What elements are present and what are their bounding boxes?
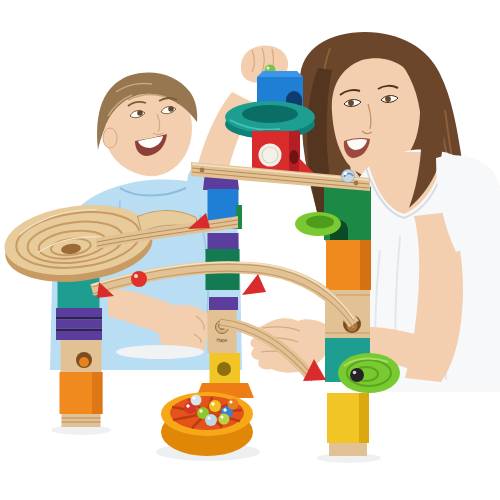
right-orange-block-side	[360, 240, 371, 290]
rail-peg-2	[354, 181, 359, 186]
black-marble	[350, 368, 364, 382]
green-marble-highlight	[266, 66, 269, 69]
red-marble-on-rail	[131, 271, 147, 287]
red-block-side-hole	[290, 150, 299, 164]
boy-ear	[103, 128, 117, 148]
boy-right-iris	[168, 106, 174, 112]
catch-bowl	[161, 392, 253, 456]
left-base	[62, 414, 101, 427]
hape-logo-text: Hape	[217, 338, 228, 343]
red-marble-highlight	[134, 274, 138, 278]
woman-right-iris	[385, 96, 391, 102]
ring-1	[56, 308, 102, 317]
scene-canvas: Hape	[0, 0, 500, 500]
teal-dish-opening	[242, 105, 298, 123]
ring-2	[56, 320, 102, 329]
glass-marble-highlight	[344, 172, 347, 175]
center-purple-band-2	[209, 297, 238, 310]
shadow-boy-arm	[116, 345, 204, 359]
ring-3	[56, 331, 102, 340]
center-purple-band-1	[208, 233, 239, 249]
ring-gap-2	[56, 329, 102, 332]
black-marble-highlight	[353, 371, 357, 375]
bowl-marble-lime	[219, 414, 230, 425]
ring-gap-1	[56, 317, 102, 320]
center-yellow-hole	[217, 362, 231, 376]
bowl-marble-clear-2	[205, 414, 217, 426]
right-base	[329, 443, 367, 456]
left-orange-block-shade	[92, 372, 103, 414]
boy-left-iris	[137, 110, 143, 116]
orange-marble-in-hole	[79, 357, 89, 367]
bowl-marble-yellow	[209, 400, 221, 412]
product-photo: Hape	[0, 0, 500, 500]
right-yellow-block-side	[359, 393, 369, 443]
bowl-marble-orange	[228, 399, 239, 410]
green-funnel-opening	[306, 216, 334, 229]
purple-accelerator-rings	[56, 308, 102, 340]
bowl-marble-clear-1	[191, 395, 202, 406]
rail-peg-1	[200, 168, 205, 173]
top-blue-block-top	[257, 71, 303, 77]
woman-left-iris	[348, 100, 354, 106]
